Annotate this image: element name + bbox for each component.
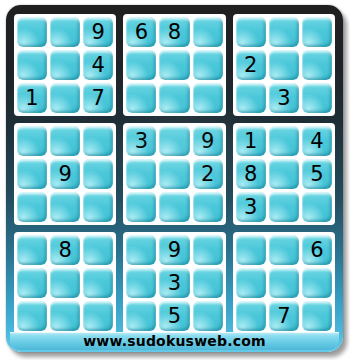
cell-digit: 4 xyxy=(310,131,323,152)
sudoku-box: 8 xyxy=(14,232,116,334)
cell-digit: 4 xyxy=(92,55,105,76)
sudoku-box: 67 xyxy=(233,232,335,334)
sudoku-box: 392 xyxy=(123,123,225,225)
sudoku-cell[interactable] xyxy=(236,235,266,265)
sudoku-cell[interactable] xyxy=(17,192,47,222)
sudoku-cell[interactable] xyxy=(302,301,332,331)
sudoku-cell[interactable] xyxy=(302,50,332,80)
cell-digit: 1 xyxy=(244,131,257,152)
sudoku-cell[interactable] xyxy=(126,50,156,80)
cell-digit: 1 xyxy=(25,88,38,109)
sudoku-cell[interactable] xyxy=(269,192,299,222)
sudoku-cell[interactable] xyxy=(193,235,223,265)
sudoku-cell[interactable]: 9 xyxy=(50,159,80,189)
sudoku-box: 935 xyxy=(123,232,225,334)
cell-digit: 9 xyxy=(168,240,181,261)
sudoku-cell[interactable] xyxy=(17,17,47,47)
sudoku-cell[interactable]: 7 xyxy=(83,83,113,113)
cell-digit: 9 xyxy=(58,164,71,185)
sudoku-cell[interactable] xyxy=(83,126,113,156)
sudoku-cell[interactable] xyxy=(236,268,266,298)
sudoku-cell[interactable] xyxy=(126,301,156,331)
sudoku-cell[interactable] xyxy=(50,17,80,47)
sudoku-cell[interactable]: 8 xyxy=(50,235,80,265)
sudoku-cell[interactable] xyxy=(50,301,80,331)
sudoku-cell[interactable]: 8 xyxy=(159,17,189,47)
sudoku-cell[interactable]: 8 xyxy=(236,159,266,189)
sudoku-cell[interactable] xyxy=(269,159,299,189)
sudoku-grid: 94176823939214853893567 xyxy=(14,14,335,334)
sudoku-cell[interactable] xyxy=(269,235,299,265)
sudoku-cell[interactable] xyxy=(302,17,332,47)
sudoku-cell[interactable] xyxy=(159,192,189,222)
sudoku-cell[interactable] xyxy=(50,268,80,298)
sudoku-cell[interactable] xyxy=(236,301,266,331)
sudoku-box: 14853 xyxy=(233,123,335,225)
sudoku-cell[interactable] xyxy=(17,159,47,189)
sudoku-cell[interactable] xyxy=(302,83,332,113)
sudoku-cell[interactable] xyxy=(193,83,223,113)
sudoku-cell[interactable] xyxy=(50,126,80,156)
sudoku-box: 23 xyxy=(233,14,335,116)
sudoku-box: 9 xyxy=(14,123,116,225)
sudoku-cell[interactable]: 2 xyxy=(236,50,266,80)
sudoku-cell[interactable]: 3 xyxy=(236,192,266,222)
sudoku-cell[interactable]: 3 xyxy=(159,268,189,298)
sudoku-cell[interactable] xyxy=(269,126,299,156)
cell-digit: 8 xyxy=(168,22,181,43)
sudoku-cell[interactable] xyxy=(159,126,189,156)
cell-digit: 6 xyxy=(310,240,323,261)
sudoku-cell[interactable] xyxy=(17,268,47,298)
cell-digit: 6 xyxy=(135,22,148,43)
sudoku-cell[interactable] xyxy=(126,235,156,265)
sudoku-cell[interactable]: 3 xyxy=(269,83,299,113)
sudoku-cell[interactable] xyxy=(236,83,266,113)
cell-digit: 2 xyxy=(244,55,257,76)
sudoku-cell[interactable]: 3 xyxy=(126,126,156,156)
sudoku-cell[interactable] xyxy=(193,301,223,331)
cell-digit: 2 xyxy=(201,164,214,185)
cell-digit: 9 xyxy=(201,131,214,152)
sudoku-cell[interactable] xyxy=(269,17,299,47)
sudoku-cell[interactable] xyxy=(159,83,189,113)
sudoku-cell[interactable]: 1 xyxy=(236,126,266,156)
sudoku-cell[interactable]: 9 xyxy=(159,235,189,265)
sudoku-cell[interactable]: 2 xyxy=(193,159,223,189)
cell-digit: 9 xyxy=(92,22,105,43)
sudoku-cell[interactable]: 5 xyxy=(302,159,332,189)
sudoku-cell[interactable]: 4 xyxy=(83,50,113,80)
cell-digit: 3 xyxy=(168,273,181,294)
sudoku-cell[interactable] xyxy=(302,192,332,222)
cell-digit: 7 xyxy=(92,88,105,109)
sudoku-cell[interactable] xyxy=(193,268,223,298)
sudoku-cell[interactable]: 1 xyxy=(17,83,47,113)
sudoku-cell[interactable] xyxy=(17,301,47,331)
cell-digit: 5 xyxy=(310,164,323,185)
sudoku-cell[interactable] xyxy=(17,50,47,80)
sudoku-cell[interactable] xyxy=(126,268,156,298)
sudoku-cell[interactable] xyxy=(126,192,156,222)
sudoku-cell[interactable] xyxy=(269,268,299,298)
cell-digit: 8 xyxy=(244,164,257,185)
sudoku-cell[interactable]: 5 xyxy=(159,301,189,331)
sudoku-cell[interactable] xyxy=(50,83,80,113)
sudoku-cell[interactable]: 9 xyxy=(193,126,223,156)
site-url: www.sudokusweb.com xyxy=(83,333,266,349)
sudoku-cell[interactable]: 9 xyxy=(83,17,113,47)
sudoku-cell[interactable] xyxy=(193,50,223,80)
sudoku-cell[interactable] xyxy=(83,301,113,331)
cell-digit: 3 xyxy=(135,131,148,152)
sudoku-cell[interactable] xyxy=(193,192,223,222)
cell-digit: 7 xyxy=(277,306,290,327)
cell-digit: 8 xyxy=(58,240,71,261)
sudoku-cell[interactable] xyxy=(302,268,332,298)
sudoku-cell[interactable] xyxy=(159,159,189,189)
sudoku-cell[interactable] xyxy=(83,268,113,298)
sudoku-cell[interactable] xyxy=(50,192,80,222)
sudoku-cell[interactable] xyxy=(50,50,80,80)
sudoku-cell[interactable] xyxy=(17,235,47,265)
sudoku-cell[interactable]: 6 xyxy=(302,235,332,265)
sudoku-cell[interactable]: 7 xyxy=(269,301,299,331)
sudoku-box: 9417 xyxy=(14,14,116,116)
site-footer: www.sudokusweb.com xyxy=(10,332,339,350)
sudoku-cell[interactable] xyxy=(83,159,113,189)
sudoku-board: 94176823939214853893567 www.sudokusweb.c… xyxy=(6,5,343,352)
sudoku-cell[interactable] xyxy=(126,159,156,189)
sudoku-cell[interactable] xyxy=(83,192,113,222)
sudoku-cell[interactable] xyxy=(236,17,266,47)
sudoku-cell[interactable] xyxy=(17,126,47,156)
sudoku-cell[interactable]: 4 xyxy=(302,126,332,156)
sudoku-cell[interactable] xyxy=(159,50,189,80)
sudoku-cell[interactable] xyxy=(126,83,156,113)
cell-digit: 5 xyxy=(168,306,181,327)
sudoku-cell[interactable] xyxy=(269,50,299,80)
cell-digit: 3 xyxy=(244,197,257,218)
sudoku-box: 68 xyxy=(123,14,225,116)
sudoku-cell[interactable] xyxy=(83,235,113,265)
sudoku-cell[interactable]: 6 xyxy=(126,17,156,47)
cell-digit: 3 xyxy=(277,88,290,109)
sudoku-cell[interactable] xyxy=(193,17,223,47)
